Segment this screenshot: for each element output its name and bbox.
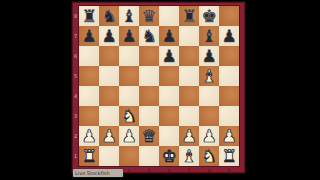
piece-white-bishop[interactable]: ♝ bbox=[181, 146, 196, 166]
square-d1[interactable] bbox=[139, 146, 159, 166]
square-h7[interactable]: ♟ bbox=[219, 26, 239, 46]
file-label-d: d bbox=[139, 166, 159, 173]
file-label-e: e bbox=[159, 166, 179, 173]
square-f7[interactable] bbox=[179, 26, 199, 46]
square-a6[interactable] bbox=[79, 46, 99, 66]
square-c4[interactable] bbox=[119, 86, 139, 106]
file-label-g: g bbox=[199, 166, 219, 173]
square-d5[interactable] bbox=[139, 66, 159, 86]
piece-white-queen[interactable]: ♛ bbox=[141, 126, 156, 146]
square-g2[interactable]: ♟ bbox=[199, 126, 219, 146]
square-g1[interactable]: ♞ bbox=[199, 146, 219, 166]
square-e7[interactable]: ♟ bbox=[159, 26, 179, 46]
piece-white-pawn[interactable]: ♟ bbox=[121, 126, 136, 146]
square-b3[interactable] bbox=[99, 106, 119, 126]
piece-white-rook[interactable]: ♜ bbox=[81, 146, 96, 166]
piece-white-pawn[interactable]: ♟ bbox=[221, 126, 236, 146]
square-e4[interactable] bbox=[159, 86, 179, 106]
app-background: 87654321 ♜♞♝♛♜♚♟♟♟♞♟♝♟♟♟♝♞♟♟♟♛♟♟♟♜♚♝♞♜ a… bbox=[0, 0, 320, 180]
square-h6[interactable] bbox=[219, 46, 239, 66]
piece-black-pawn[interactable]: ♟ bbox=[101, 26, 116, 46]
chess-board: ♜♞♝♛♜♚♟♟♟♞♟♝♟♟♟♝♞♟♟♟♛♟♟♟♜♚♝♞♜ bbox=[79, 6, 239, 166]
square-d8[interactable]: ♛ bbox=[139, 6, 159, 26]
square-b6[interactable] bbox=[99, 46, 119, 66]
square-h3[interactable] bbox=[219, 106, 239, 126]
square-f2[interactable]: ♟ bbox=[179, 126, 199, 146]
square-d3[interactable] bbox=[139, 106, 159, 126]
piece-black-queen[interactable]: ♛ bbox=[141, 6, 156, 26]
piece-white-king[interactable]: ♚ bbox=[161, 146, 176, 166]
piece-white-rook[interactable]: ♜ bbox=[221, 146, 236, 166]
square-g6[interactable]: ♟ bbox=[199, 46, 219, 66]
board-frame: 87654321 ♜♞♝♛♜♚♟♟♟♞♟♝♟♟♟♝♞♟♟♟♛♟♟♟♜♚♝♞♜ a… bbox=[72, 2, 245, 173]
square-c2[interactable]: ♟ bbox=[119, 126, 139, 146]
square-a3[interactable] bbox=[79, 106, 99, 126]
square-e5[interactable] bbox=[159, 66, 179, 86]
square-g8[interactable]: ♚ bbox=[199, 6, 219, 26]
square-c8[interactable]: ♝ bbox=[119, 6, 139, 26]
square-b1[interactable] bbox=[99, 146, 119, 166]
piece-black-pawn[interactable]: ♟ bbox=[161, 26, 176, 46]
square-d4[interactable] bbox=[139, 86, 159, 106]
piece-black-pawn[interactable]: ♟ bbox=[81, 26, 96, 46]
rank-label-8: 8 bbox=[72, 6, 79, 26]
watermark-caption: Live Stockfish bbox=[73, 169, 123, 177]
piece-white-knight[interactable]: ♞ bbox=[201, 146, 216, 166]
square-h1[interactable]: ♜ bbox=[219, 146, 239, 166]
square-f6[interactable] bbox=[179, 46, 199, 66]
rank-label-7: 7 bbox=[72, 26, 79, 46]
square-g4[interactable] bbox=[199, 86, 219, 106]
piece-white-pawn[interactable]: ♟ bbox=[201, 126, 216, 146]
rank-label-4: 4 bbox=[72, 86, 79, 106]
square-h2[interactable]: ♟ bbox=[219, 126, 239, 146]
square-a8[interactable]: ♜ bbox=[79, 6, 99, 26]
square-g5[interactable]: ♝ bbox=[199, 66, 219, 86]
square-d2[interactable]: ♛ bbox=[139, 126, 159, 146]
piece-black-bishop[interactable]: ♝ bbox=[201, 26, 216, 46]
piece-white-pawn[interactable]: ♟ bbox=[181, 126, 196, 146]
square-b8[interactable]: ♞ bbox=[99, 6, 119, 26]
piece-black-rook[interactable]: ♜ bbox=[181, 6, 196, 26]
square-c6[interactable] bbox=[119, 46, 139, 66]
file-label-h: h bbox=[219, 166, 239, 173]
rank-label-5: 5 bbox=[72, 66, 79, 86]
piece-black-pawn[interactable]: ♟ bbox=[221, 26, 236, 46]
square-c5[interactable] bbox=[119, 66, 139, 86]
square-f4[interactable] bbox=[179, 86, 199, 106]
piece-black-pawn[interactable]: ♟ bbox=[201, 46, 216, 66]
square-h4[interactable] bbox=[219, 86, 239, 106]
rank-label-1: 1 bbox=[72, 146, 79, 166]
file-label-f: f bbox=[179, 166, 199, 173]
square-f5[interactable] bbox=[179, 66, 199, 86]
square-b2[interactable]: ♟ bbox=[99, 126, 119, 146]
square-d6[interactable] bbox=[139, 46, 159, 66]
piece-white-knight[interactable]: ♞ bbox=[121, 106, 136, 126]
square-b5[interactable] bbox=[99, 66, 119, 86]
piece-black-rook[interactable]: ♜ bbox=[81, 6, 96, 26]
square-h8[interactable] bbox=[219, 6, 239, 26]
rank-label-6: 6 bbox=[72, 46, 79, 66]
square-a2[interactable]: ♟ bbox=[79, 126, 99, 146]
square-f8[interactable]: ♜ bbox=[179, 6, 199, 26]
square-b4[interactable] bbox=[99, 86, 119, 106]
square-a5[interactable] bbox=[79, 66, 99, 86]
square-h5[interactable] bbox=[219, 66, 239, 86]
piece-black-knight[interactable]: ♞ bbox=[101, 6, 116, 26]
square-e1[interactable]: ♚ bbox=[159, 146, 179, 166]
piece-black-king[interactable]: ♚ bbox=[201, 6, 216, 26]
square-g7[interactable]: ♝ bbox=[199, 26, 219, 46]
square-a1[interactable]: ♜ bbox=[79, 146, 99, 166]
piece-white-pawn[interactable]: ♟ bbox=[101, 126, 116, 146]
rank-label-3: 3 bbox=[72, 106, 79, 126]
piece-black-bishop[interactable]: ♝ bbox=[121, 6, 136, 26]
piece-black-pawn[interactable]: ♟ bbox=[121, 26, 136, 46]
square-e2[interactable] bbox=[159, 126, 179, 146]
square-d7[interactable]: ♞ bbox=[139, 26, 159, 46]
square-f3[interactable] bbox=[179, 106, 199, 126]
square-g3[interactable] bbox=[199, 106, 219, 126]
square-c3[interactable]: ♞ bbox=[119, 106, 139, 126]
square-b7[interactable]: ♟ bbox=[99, 26, 119, 46]
piece-black-knight[interactable]: ♞ bbox=[141, 26, 156, 46]
rank-label-2: 2 bbox=[72, 126, 79, 146]
square-f1[interactable]: ♝ bbox=[179, 146, 199, 166]
piece-black-pawn[interactable]: ♟ bbox=[161, 46, 176, 66]
square-e3[interactable] bbox=[159, 106, 179, 126]
square-c7[interactable]: ♟ bbox=[119, 26, 139, 46]
piece-white-pawn[interactable]: ♟ bbox=[81, 126, 96, 146]
square-a4[interactable] bbox=[79, 86, 99, 106]
square-c1[interactable] bbox=[119, 146, 139, 166]
square-e6[interactable]: ♟ bbox=[159, 46, 179, 66]
piece-white-bishop[interactable]: ♝ bbox=[201, 66, 216, 86]
square-e8[interactable] bbox=[159, 6, 179, 26]
rank-labels: 87654321 bbox=[72, 6, 79, 166]
square-a7[interactable]: ♟ bbox=[79, 26, 99, 46]
